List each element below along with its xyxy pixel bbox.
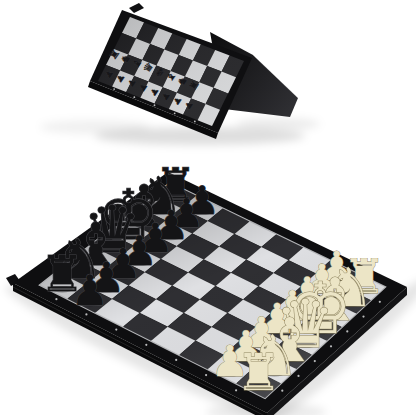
piece-black-pawn-a7: ♟ (71, 266, 109, 315)
frame-rivet-dot (175, 359, 177, 361)
frame-rivet-dot (194, 121, 196, 123)
frame-rivet-dot (113, 88, 115, 90)
svg-text:♜: ♜ (236, 343, 282, 402)
frame-rivet-dot (145, 344, 147, 346)
frame-rivet-dot (154, 104, 156, 106)
open-board: ♜♞♟♝♟♚♟♛♟♝♟♞♟♟♜♟♟♜♟♟♞♟♝♟♚♟♛♝♟♞♟♜ (6, 158, 407, 415)
frame-rivet-dot (133, 96, 135, 98)
frame-rivet-dot (205, 374, 207, 376)
hinge-tab (129, 3, 144, 13)
svg-text:♟: ♟ (71, 266, 109, 315)
scene-svg: ♜♞♝♛♚♝♞♜♟♟♟♟♟♟♟♟♜♞♟♝♟♚♟♛♟♝♟♞♟♟♜♟♟♜♟♟♞♟♝♟… (0, 0, 416, 415)
frame-rivet-dot (281, 390, 283, 392)
product-photo: ♜♞♝♛♚♝♞♜♟♟♟♟♟♟♟♟♜♞♟♝♟♚♟♛♟♝♟♞♟♟♜♟♟♜♟♟♞♟♝♟… (0, 0, 416, 415)
frame-rivet-dot (115, 329, 117, 331)
piece-white-rook-a1: ♜ (236, 343, 282, 402)
frame-rivet-dot (174, 112, 176, 114)
